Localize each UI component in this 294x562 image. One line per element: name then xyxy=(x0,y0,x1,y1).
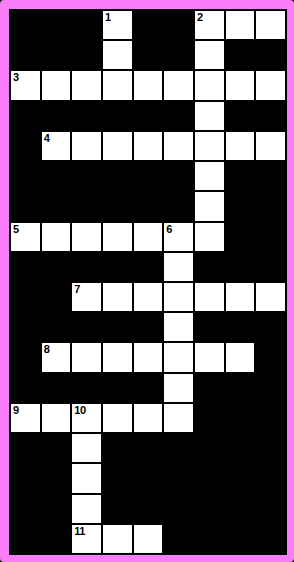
grid-cell-r15c6 xyxy=(164,434,193,462)
grid-cell-r2c3 xyxy=(72,41,101,69)
grid-cell-r5c1 xyxy=(11,132,40,160)
grid-cell-r11c8 xyxy=(226,313,255,341)
grid-cell-r9c3 xyxy=(72,253,101,281)
grid-cell-r5c4[interactable] xyxy=(103,132,132,160)
grid-cell-r4c1 xyxy=(11,102,40,130)
clue-number-5: 5 xyxy=(13,223,19,236)
grid-cell-r16c4 xyxy=(103,464,132,492)
grid-cell-r16c5 xyxy=(134,464,163,492)
grid-cell-r12c6[interactable] xyxy=(164,343,193,371)
grid-cell-r10c6[interactable] xyxy=(164,283,193,311)
grid-cell-r18c1 xyxy=(11,525,40,553)
grid-cell-r17c6 xyxy=(164,495,193,523)
grid-cell-r18c2 xyxy=(42,525,71,553)
grid-cell-r10c3[interactable]: 7 xyxy=(72,283,101,311)
grid-cell-r1c7[interactable]: 2 xyxy=(195,11,224,39)
grid-cell-r3c4[interactable] xyxy=(103,71,132,99)
grid-cell-r7c2 xyxy=(42,192,71,220)
grid-cell-r6c3 xyxy=(72,162,101,190)
grid-cell-r18c9 xyxy=(256,525,285,553)
grid-cell-r1c1 xyxy=(11,11,40,39)
grid-cell-r15c1 xyxy=(11,434,40,462)
grid-cell-r7c8 xyxy=(226,192,255,220)
grid-cell-r6c7[interactable] xyxy=(195,162,224,190)
grid-cell-r11c9 xyxy=(256,313,285,341)
clue-number-7: 7 xyxy=(74,283,80,296)
grid-cell-r10c8[interactable] xyxy=(226,283,255,311)
grid-cell-r9c6[interactable] xyxy=(164,253,193,281)
crossword-grid: 1234567891011 xyxy=(11,11,285,553)
grid-cell-r16c8 xyxy=(226,464,255,492)
grid-cell-r4c7[interactable] xyxy=(195,102,224,130)
grid-cell-r2c2 xyxy=(42,41,71,69)
grid-cell-r5c2[interactable]: 4 xyxy=(42,132,71,160)
grid-cell-r5c5[interactable] xyxy=(134,132,163,160)
grid-cell-r4c4 xyxy=(103,102,132,130)
grid-cell-r11c6[interactable] xyxy=(164,313,193,341)
grid-cell-r6c2 xyxy=(42,162,71,190)
grid-cell-r2c8 xyxy=(226,41,255,69)
grid-cell-r14c8 xyxy=(226,404,255,432)
grid-cell-r17c1 xyxy=(11,495,40,523)
grid-cell-r9c9 xyxy=(256,253,285,281)
grid-cell-r17c8 xyxy=(226,495,255,523)
grid-cell-r4c9 xyxy=(256,102,285,130)
grid-cell-r17c5 xyxy=(134,495,163,523)
grid-cell-r14c7 xyxy=(195,404,224,432)
grid-cell-r15c8 xyxy=(226,434,255,462)
grid-cell-r3c1[interactable]: 3 xyxy=(11,71,40,99)
grid-cell-r14c1[interactable]: 9 xyxy=(11,404,40,432)
grid-cell-r14c9 xyxy=(256,404,285,432)
grid-cell-r1c5 xyxy=(134,11,163,39)
grid-cell-r9c2 xyxy=(42,253,71,281)
grid-cell-r13c8 xyxy=(226,374,255,402)
grid-cell-r11c4 xyxy=(103,313,132,341)
clue-number-9: 9 xyxy=(13,404,19,417)
grid-cell-r16c7 xyxy=(195,464,224,492)
grid-cell-r11c1 xyxy=(11,313,40,341)
crossword-board: 1234567891011 xyxy=(9,9,287,555)
grid-cell-r12c1 xyxy=(11,343,40,371)
grid-cell-r12c8[interactable] xyxy=(226,343,255,371)
grid-cell-r9c8 xyxy=(226,253,255,281)
grid-cell-r8c3[interactable] xyxy=(72,223,101,251)
grid-cell-r6c1 xyxy=(11,162,40,190)
grid-cell-r11c5 xyxy=(134,313,163,341)
grid-cell-r2c6 xyxy=(164,41,193,69)
grid-cell-r3c9[interactable] xyxy=(256,71,285,99)
grid-cell-r10c9[interactable] xyxy=(256,283,285,311)
clue-number-2: 2 xyxy=(197,11,203,24)
crossword-frame: 1234567891011 xyxy=(0,0,294,562)
grid-cell-r17c9 xyxy=(256,495,285,523)
grid-cell-r1c2 xyxy=(42,11,71,39)
grid-cell-r5c6[interactable] xyxy=(164,132,193,160)
grid-cell-r14c3[interactable]: 10 xyxy=(72,404,101,432)
grid-cell-r16c3[interactable] xyxy=(72,464,101,492)
grid-cell-r10c4[interactable] xyxy=(103,283,132,311)
grid-cell-r3c3[interactable] xyxy=(72,71,101,99)
grid-cell-r8c2[interactable] xyxy=(42,223,71,251)
grid-cell-r2c9 xyxy=(256,41,285,69)
grid-cell-r5c9[interactable] xyxy=(256,132,285,160)
grid-cell-r12c4[interactable] xyxy=(103,343,132,371)
grid-cell-r8c4[interactable] xyxy=(103,223,132,251)
grid-cell-r7c5 xyxy=(134,192,163,220)
grid-cell-r8c9 xyxy=(256,223,285,251)
grid-cell-r8c7[interactable] xyxy=(195,223,224,251)
grid-cell-r10c2 xyxy=(42,283,71,311)
grid-cell-r8c1[interactable]: 5 xyxy=(11,223,40,251)
grid-cell-r5c3[interactable] xyxy=(72,132,101,160)
grid-cell-r16c6 xyxy=(164,464,193,492)
grid-cell-r13c2 xyxy=(42,374,71,402)
grid-cell-r3c6[interactable] xyxy=(164,71,193,99)
grid-cell-r6c8 xyxy=(226,162,255,190)
grid-cell-r5c7[interactable] xyxy=(195,132,224,160)
grid-cell-r8c8 xyxy=(226,223,255,251)
grid-cell-r15c9 xyxy=(256,434,285,462)
grid-cell-r9c7 xyxy=(195,253,224,281)
grid-cell-r17c4 xyxy=(103,495,132,523)
grid-cell-r3c2[interactable] xyxy=(42,71,71,99)
grid-cell-r13c5 xyxy=(134,374,163,402)
grid-cell-r13c9 xyxy=(256,374,285,402)
grid-cell-r1c8[interactable] xyxy=(226,11,255,39)
grid-cell-r12c9 xyxy=(256,343,285,371)
grid-cell-r16c2 xyxy=(42,464,71,492)
grid-cell-r4c5 xyxy=(134,102,163,130)
grid-cell-r3c8[interactable] xyxy=(226,71,255,99)
grid-cell-r4c2 xyxy=(42,102,71,130)
grid-cell-r16c9 xyxy=(256,464,285,492)
clue-number-4: 4 xyxy=(44,132,50,145)
grid-cell-r11c2 xyxy=(42,313,71,341)
clue-number-3: 3 xyxy=(13,71,19,84)
grid-cell-r1c9[interactable] xyxy=(256,11,285,39)
grid-cell-r13c3 xyxy=(72,374,101,402)
grid-cell-r5c8[interactable] xyxy=(226,132,255,160)
grid-cell-r18c7 xyxy=(195,525,224,553)
grid-cell-r6c5 xyxy=(134,162,163,190)
grid-cell-r18c6 xyxy=(164,525,193,553)
grid-cell-r2c4[interactable] xyxy=(103,41,132,69)
grid-cell-r15c2 xyxy=(42,434,71,462)
clue-number-10: 10 xyxy=(74,404,85,417)
grid-cell-r13c7 xyxy=(195,374,224,402)
grid-cell-r7c3 xyxy=(72,192,101,220)
clue-number-11: 11 xyxy=(74,525,85,538)
grid-cell-r17c2 xyxy=(42,495,71,523)
grid-cell-r6c6 xyxy=(164,162,193,190)
grid-cell-r17c3[interactable] xyxy=(72,495,101,523)
grid-cell-r9c5 xyxy=(134,253,163,281)
grid-cell-r9c1 xyxy=(11,253,40,281)
grid-cell-r15c5 xyxy=(134,434,163,462)
grid-cell-r2c1 xyxy=(11,41,40,69)
grid-cell-r3c7[interactable] xyxy=(195,71,224,99)
grid-cell-r13c6[interactable] xyxy=(164,374,193,402)
grid-cell-r7c4 xyxy=(103,192,132,220)
grid-cell-r10c7[interactable] xyxy=(195,283,224,311)
grid-cell-r18c3[interactable]: 11 xyxy=(72,525,101,553)
grid-cell-r2c5 xyxy=(134,41,163,69)
clue-number-1: 1 xyxy=(105,11,111,24)
grid-cell-r18c4[interactable] xyxy=(103,525,132,553)
grid-cell-r18c8 xyxy=(226,525,255,553)
grid-cell-r7c9 xyxy=(256,192,285,220)
grid-cell-r4c6 xyxy=(164,102,193,130)
grid-cell-r14c6[interactable] xyxy=(164,404,193,432)
grid-cell-r11c7 xyxy=(195,313,224,341)
grid-cell-r12c5[interactable] xyxy=(134,343,163,371)
grid-cell-r7c6 xyxy=(164,192,193,220)
grid-cell-r11c3 xyxy=(72,313,101,341)
grid-cell-r2c7[interactable] xyxy=(195,41,224,69)
grid-cell-r18c5[interactable] xyxy=(134,525,163,553)
grid-cell-r12c7[interactable] xyxy=(195,343,224,371)
grid-cell-r9c4 xyxy=(103,253,132,281)
grid-cell-r4c8 xyxy=(226,102,255,130)
grid-cell-r8c5[interactable] xyxy=(134,223,163,251)
grid-cell-r15c4 xyxy=(103,434,132,462)
grid-cell-r13c1 xyxy=(11,374,40,402)
grid-cell-r3c5[interactable] xyxy=(134,71,163,99)
grid-cell-r1c4[interactable]: 1 xyxy=(103,11,132,39)
grid-cell-r14c4[interactable] xyxy=(103,404,132,432)
grid-cell-r6c4 xyxy=(103,162,132,190)
grid-cell-r1c6 xyxy=(164,11,193,39)
grid-cell-r1c3 xyxy=(72,11,101,39)
grid-cell-r7c1 xyxy=(11,192,40,220)
clue-number-6: 6 xyxy=(166,223,172,236)
grid-cell-r17c7 xyxy=(195,495,224,523)
grid-cell-r8c6[interactable]: 6 xyxy=(164,223,193,251)
grid-cell-r12c3[interactable] xyxy=(72,343,101,371)
grid-cell-r15c3[interactable] xyxy=(72,434,101,462)
grid-cell-r10c1 xyxy=(11,283,40,311)
grid-cell-r12c2[interactable]: 8 xyxy=(42,343,71,371)
grid-cell-r10c5[interactable] xyxy=(134,283,163,311)
grid-cell-r14c5[interactable] xyxy=(134,404,163,432)
clue-number-8: 8 xyxy=(44,343,50,356)
grid-cell-r7c7[interactable] xyxy=(195,192,224,220)
grid-cell-r4c3 xyxy=(72,102,101,130)
grid-cell-r6c9 xyxy=(256,162,285,190)
grid-cell-r14c2[interactable] xyxy=(42,404,71,432)
grid-cell-r15c7 xyxy=(195,434,224,462)
grid-cell-r16c1 xyxy=(11,464,40,492)
grid-cell-r13c4 xyxy=(103,374,132,402)
